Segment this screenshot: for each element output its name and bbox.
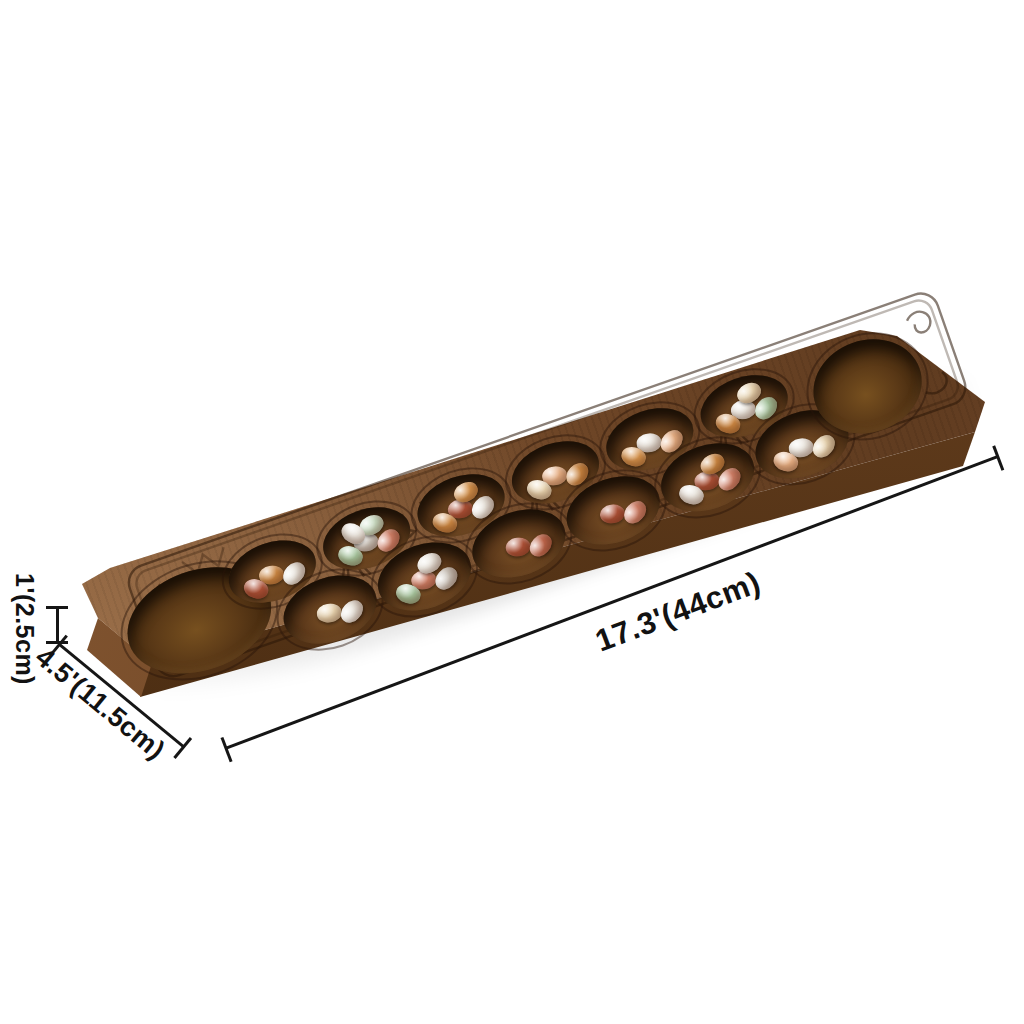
- stone-orange: [450, 478, 481, 506]
- tick-icon: [992, 445, 1004, 470]
- tick-icon: [221, 737, 233, 762]
- stone-brick: [447, 498, 474, 520]
- stone-white: [788, 437, 815, 459]
- stone-peach: [771, 449, 800, 474]
- stone-orange: [619, 444, 648, 469]
- stone-white: [635, 432, 662, 454]
- stone-lightgreen: [356, 511, 387, 539]
- tick-icon: [173, 737, 192, 759]
- dimension-line-height: [56, 607, 59, 643]
- stone-white: [414, 549, 445, 577]
- stone-cream: [316, 602, 343, 624]
- stone-red: [525, 530, 556, 561]
- tick-icon: [46, 606, 68, 609]
- stone-salmon: [714, 464, 745, 495]
- stone-white: [338, 519, 369, 548]
- stone-amber: [258, 564, 285, 586]
- stone-salmon: [620, 497, 651, 528]
- stone-cream: [734, 379, 765, 407]
- stone-white: [730, 399, 757, 421]
- stone-brick: [693, 470, 720, 492]
- stone-white: [337, 596, 368, 627]
- stone-brick: [599, 503, 626, 525]
- stone-grey: [352, 531, 379, 553]
- product-photo-stage: 17.3'(44cm) 4.5'(11.5cm) 1'(2.5cm): [0, 0, 1024, 1024]
- height-dimension-label: 1'(2.5cm): [10, 573, 39, 685]
- stone-green: [394, 581, 423, 606]
- stone-amber: [713, 411, 742, 436]
- stone-white: [677, 482, 706, 507]
- stone-salmon: [410, 569, 437, 591]
- stone-brick: [504, 536, 531, 558]
- stone-grey: [431, 563, 462, 594]
- stone-peach: [541, 465, 568, 487]
- stone-cream: [525, 477, 554, 502]
- stone-brick: [242, 576, 271, 601]
- stone-amber: [430, 510, 459, 535]
- stone-green: [336, 543, 365, 568]
- stone-amber: [697, 450, 728, 478]
